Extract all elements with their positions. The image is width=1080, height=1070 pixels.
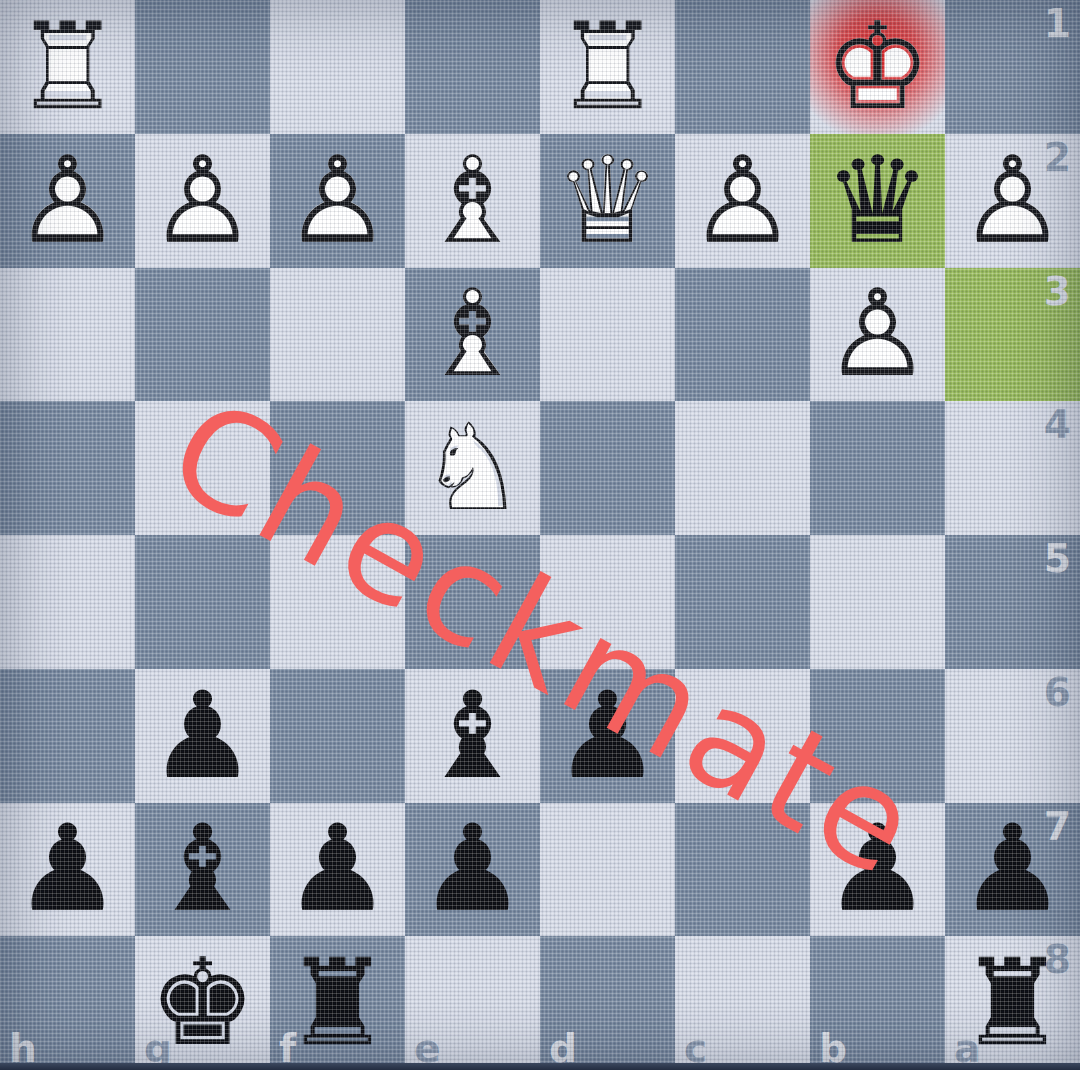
piece-white-pawn: ♟♙	[0, 134, 135, 268]
file-label-h: h	[9, 1029, 37, 1068]
file-label-e: e	[414, 1029, 440, 1068]
piece-black-rook: ♜	[945, 936, 1080, 1070]
square-g6[interactable]: ♟	[135, 669, 270, 803]
piece-white-pawn: ♟♙	[810, 268, 945, 402]
piece-white-rook: ♜♖	[540, 0, 675, 134]
square-a4[interactable]: 4	[945, 401, 1080, 535]
square-b5[interactable]	[810, 535, 945, 669]
square-g3[interactable]	[135, 268, 270, 402]
square-a1[interactable]: 1	[945, 0, 1080, 134]
square-g4[interactable]	[135, 401, 270, 535]
square-e8[interactable]: e	[405, 936, 540, 1070]
square-e7[interactable]: ♟	[405, 803, 540, 937]
square-a2[interactable]: ♟♙2	[945, 134, 1080, 268]
square-b7[interactable]: ♟	[810, 803, 945, 937]
square-a6[interactable]: 6	[945, 669, 1080, 803]
square-b1[interactable]: ♚♔	[810, 0, 945, 134]
piece-white-bishop: ♝♗	[405, 134, 540, 268]
square-d2[interactable]: ♛♕	[540, 134, 675, 268]
square-a8[interactable]: ♜8a	[945, 936, 1080, 1070]
piece-black-king: ♚	[135, 936, 270, 1070]
piece-white-pawn: ♟♙	[675, 134, 810, 268]
square-f4[interactable]	[270, 401, 405, 535]
square-d6[interactable]: ♟	[540, 669, 675, 803]
piece-black-pawn: ♟	[0, 803, 135, 937]
square-h8[interactable]: h	[0, 936, 135, 1070]
square-h4[interactable]	[0, 401, 135, 535]
piece-black-bishop: ♝	[135, 803, 270, 937]
piece-white-pawn: ♟♙	[135, 134, 270, 268]
square-h7[interactable]: ♟	[0, 803, 135, 937]
square-a3[interactable]: 3	[945, 268, 1080, 402]
square-h1[interactable]: ♜♖	[0, 0, 135, 134]
square-g2[interactable]: ♟♙	[135, 134, 270, 268]
file-label-d: d	[549, 1029, 577, 1068]
piece-white-pawn: ♟♙	[270, 134, 405, 268]
square-c7[interactable]	[675, 803, 810, 937]
square-b3[interactable]: ♟♙	[810, 268, 945, 402]
square-f1[interactable]	[270, 0, 405, 134]
square-b6[interactable]	[810, 669, 945, 803]
piece-white-rook: ♜♖	[0, 0, 135, 134]
square-h5[interactable]	[0, 535, 135, 669]
square-d1[interactable]: ♜♖	[540, 0, 675, 134]
square-f7[interactable]: ♟	[270, 803, 405, 937]
square-c4[interactable]	[675, 401, 810, 535]
piece-black-pawn: ♟	[135, 669, 270, 803]
file-label-b: b	[819, 1029, 847, 1068]
rank-label-5: 5	[1044, 539, 1071, 578]
piece-white-knight: ♞♘	[405, 401, 540, 535]
piece-black-rook: ♜	[270, 936, 405, 1070]
piece-white-pawn: ♟♙	[945, 134, 1080, 268]
square-c6[interactable]	[675, 669, 810, 803]
square-d7[interactable]	[540, 803, 675, 937]
square-b8[interactable]: b	[810, 936, 945, 1070]
square-d5[interactable]	[540, 535, 675, 669]
piece-white-queen: ♛♕	[540, 134, 675, 268]
square-e6[interactable]: ♝	[405, 669, 540, 803]
piece-black-pawn: ♟	[540, 669, 675, 803]
square-b2[interactable]: ♛	[810, 134, 945, 268]
square-h6[interactable]	[0, 669, 135, 803]
piece-black-pawn: ♟	[270, 803, 405, 937]
chess-board: ♜♖♜♖♚♔1♟♙♟♙♟♙♝♗♛♕♟♙♛♟♙2♝♗♟♙3♞♘45♟♝♟6♟♝♟♟…	[0, 0, 1080, 1070]
square-f8[interactable]: ♜f	[270, 936, 405, 1070]
square-f6[interactable]	[270, 669, 405, 803]
square-f2[interactable]: ♟♙	[270, 134, 405, 268]
square-a7[interactable]: ♟7	[945, 803, 1080, 937]
square-d8[interactable]: d	[540, 936, 675, 1070]
piece-white-bishop: ♝♗	[405, 268, 540, 402]
square-a5[interactable]: 5	[945, 535, 1080, 669]
piece-black-pawn: ♟	[810, 803, 945, 937]
square-e2[interactable]: ♝♗	[405, 134, 540, 268]
piece-white-king: ♚♔	[810, 0, 945, 134]
square-c5[interactable]	[675, 535, 810, 669]
file-label-c: c	[684, 1029, 707, 1068]
square-c2[interactable]: ♟♙	[675, 134, 810, 268]
square-g5[interactable]	[135, 535, 270, 669]
square-f3[interactable]	[270, 268, 405, 402]
square-d4[interactable]	[540, 401, 675, 535]
square-g1[interactable]	[135, 0, 270, 134]
square-h2[interactable]: ♟♙	[0, 134, 135, 268]
square-e4[interactable]: ♞♘	[405, 401, 540, 535]
square-c1[interactable]	[675, 0, 810, 134]
square-e3[interactable]: ♝♗	[405, 268, 540, 402]
rank-label-3: 3	[1044, 272, 1071, 311]
square-c8[interactable]: c	[675, 936, 810, 1070]
square-g8[interactable]: ♚g	[135, 936, 270, 1070]
square-e5[interactable]	[405, 535, 540, 669]
rank-label-1: 1	[1044, 4, 1071, 43]
piece-black-pawn: ♟	[945, 803, 1080, 937]
piece-black-queen: ♛	[810, 134, 945, 268]
piece-black-bishop: ♝	[405, 669, 540, 803]
rank-label-4: 4	[1044, 405, 1071, 444]
square-g7[interactable]: ♝	[135, 803, 270, 937]
square-c3[interactable]	[675, 268, 810, 402]
chess-app: ♜♖♜♖♚♔1♟♙♟♙♟♙♝♗♛♕♟♙♛♟♙2♝♗♟♙3♞♘45♟♝♟6♟♝♟♟…	[0, 0, 1080, 1070]
rank-label-6: 6	[1044, 673, 1071, 712]
square-b4[interactable]	[810, 401, 945, 535]
square-e1[interactable]	[405, 0, 540, 134]
piece-black-pawn: ♟	[405, 803, 540, 937]
square-d3[interactable]	[540, 268, 675, 402]
square-h3[interactable]	[0, 268, 135, 402]
square-f5[interactable]	[270, 535, 405, 669]
